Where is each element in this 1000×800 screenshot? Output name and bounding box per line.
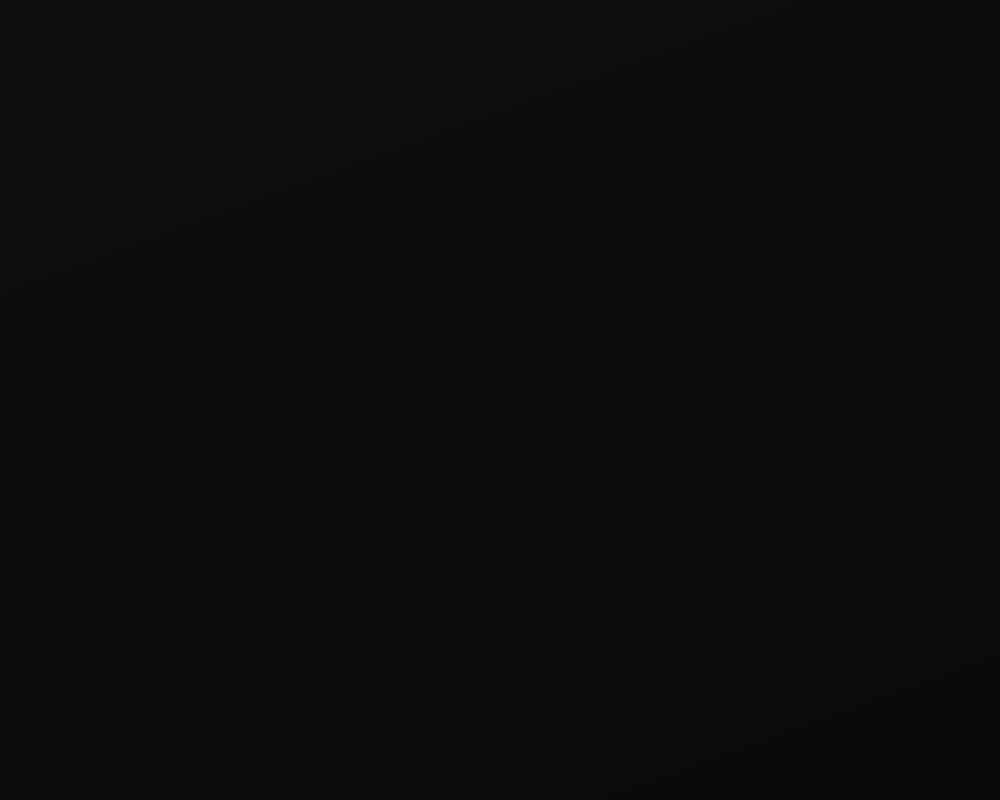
chess-board (0, 0, 1000, 800)
photo-backdrop (0, 0, 1000, 800)
